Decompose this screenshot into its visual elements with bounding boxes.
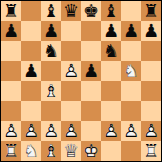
square-g4[interactable] (121, 81, 141, 101)
white-pawn[interactable]: ♟♙ (141, 121, 161, 141)
black-king[interactable]: ♚ (81, 1, 101, 21)
white-pawn-outline: ♙ (101, 121, 121, 141)
square-c1[interactable]: ♝♗ (41, 141, 61, 161)
square-e1[interactable]: ♚♔ (81, 141, 101, 161)
black-king-glyph: ♚ (81, 1, 101, 21)
black-bishop[interactable]: ♝ (101, 1, 121, 21)
white-pawn[interactable]: ♟♙ (61, 61, 81, 81)
square-d1[interactable]: ♛♕ (61, 141, 81, 161)
square-a4[interactable] (1, 81, 21, 101)
square-f7[interactable]: ♟ (101, 21, 121, 41)
square-d5[interactable]: ♟♙ (61, 61, 81, 81)
black-pawn[interactable]: ♟ (1, 21, 21, 41)
square-c5[interactable] (41, 61, 61, 81)
square-f5[interactable] (101, 61, 121, 81)
square-h6[interactable] (141, 41, 161, 61)
chess-board: ♜♝♛♚♝♜♟♟♟♟♟♞♞♟♟♙♟♞♘♝♗♟♙♟♙♟♙♟♙♟♙♟♙♟♙♜♖♞♘♝… (0, 0, 162, 162)
white-rook[interactable]: ♜♖ (1, 141, 21, 161)
black-rook[interactable]: ♜ (1, 1, 21, 21)
white-queen[interactable]: ♛♕ (61, 141, 81, 161)
black-pawn-glyph: ♟ (81, 61, 101, 81)
square-c3[interactable] (41, 101, 61, 121)
black-pawn[interactable]: ♟ (21, 61, 41, 81)
square-a2[interactable]: ♟♙ (1, 121, 21, 141)
square-a6[interactable] (1, 41, 21, 61)
white-pawn-outline: ♙ (61, 121, 81, 141)
square-d6[interactable] (61, 41, 81, 61)
white-pawn[interactable]: ♟♙ (61, 121, 81, 141)
white-pawn[interactable]: ♟♙ (101, 121, 121, 141)
white-pawn[interactable]: ♟♙ (1, 121, 21, 141)
white-rook-outline: ♖ (1, 141, 21, 161)
square-c4[interactable]: ♝♗ (41, 81, 61, 101)
black-rook-glyph: ♜ (1, 1, 21, 21)
square-f2[interactable]: ♟♙ (101, 121, 121, 141)
black-bishop-glyph: ♝ (41, 1, 61, 21)
black-knight[interactable]: ♞ (41, 41, 61, 61)
black-queen-glyph: ♛ (61, 1, 81, 21)
square-a1[interactable]: ♜♖ (1, 141, 21, 161)
black-knight-glyph: ♞ (41, 41, 61, 61)
square-e6[interactable] (81, 41, 101, 61)
white-king[interactable]: ♚♔ (81, 141, 101, 161)
square-d4[interactable] (61, 81, 81, 101)
square-b8[interactable] (21, 1, 41, 21)
square-g7[interactable]: ♟ (121, 21, 141, 41)
black-bishop[interactable]: ♝ (41, 1, 61, 21)
square-f8[interactable]: ♝ (101, 1, 121, 21)
black-pawn-glyph: ♟ (41, 21, 61, 41)
square-d2[interactable]: ♟♙ (61, 121, 81, 141)
square-b7[interactable] (21, 21, 41, 41)
black-pawn[interactable]: ♟ (121, 21, 141, 41)
white-knight-outline: ♘ (121, 61, 141, 81)
square-g2[interactable]: ♟♙ (121, 121, 141, 141)
white-pawn-outline: ♙ (1, 121, 21, 141)
square-b6[interactable] (21, 41, 41, 61)
square-b3[interactable] (21, 101, 41, 121)
white-knight[interactable]: ♞♘ (121, 61, 141, 81)
square-e7[interactable] (81, 21, 101, 41)
white-rook-outline: ♖ (141, 141, 161, 161)
square-e8[interactable]: ♚ (81, 1, 101, 21)
black-pawn[interactable]: ♟ (101, 21, 121, 41)
square-f3[interactable] (101, 101, 121, 121)
white-pawn[interactable]: ♟♙ (41, 121, 61, 141)
black-queen[interactable]: ♛ (61, 1, 81, 21)
black-pawn-glyph: ♟ (141, 21, 161, 41)
square-c7[interactable]: ♟ (41, 21, 61, 41)
square-b2[interactable]: ♟♙ (21, 121, 41, 141)
square-e2[interactable] (81, 121, 101, 141)
square-d8[interactable]: ♛ (61, 1, 81, 21)
black-pawn[interactable]: ♟ (81, 61, 101, 81)
square-d7[interactable] (61, 21, 81, 41)
square-h4[interactable] (141, 81, 161, 101)
square-g6[interactable] (121, 41, 141, 61)
black-pawn[interactable]: ♟ (141, 21, 161, 41)
square-e3[interactable] (81, 101, 101, 121)
square-g3[interactable] (121, 101, 141, 121)
square-f4[interactable] (101, 81, 121, 101)
square-d3[interactable] (61, 101, 81, 121)
white-pawn[interactable]: ♟♙ (21, 121, 41, 141)
white-pawn[interactable]: ♟♙ (121, 121, 141, 141)
square-c8[interactable]: ♝ (41, 1, 61, 21)
square-c2[interactable]: ♟♙ (41, 121, 61, 141)
black-pawn-glyph: ♟ (121, 21, 141, 41)
square-g5[interactable]: ♞♘ (121, 61, 141, 81)
black-pawn[interactable]: ♟ (41, 21, 61, 41)
square-g8[interactable] (121, 1, 141, 21)
white-pawn-outline: ♙ (141, 121, 161, 141)
square-e4[interactable] (81, 81, 101, 101)
white-queen-outline: ♕ (61, 141, 81, 161)
black-pawn-glyph: ♟ (101, 21, 121, 41)
square-h2[interactable]: ♟♙ (141, 121, 161, 141)
square-h8[interactable]: ♜ (141, 1, 161, 21)
square-a7[interactable]: ♟ (1, 21, 21, 41)
white-pawn-outline: ♙ (41, 121, 61, 141)
black-bishop-glyph: ♝ (101, 1, 121, 21)
black-knight-glyph: ♞ (101, 41, 121, 61)
square-f1[interactable] (101, 141, 121, 161)
square-h1[interactable]: ♜♖ (141, 141, 161, 161)
square-h3[interactable] (141, 101, 161, 121)
square-h5[interactable] (141, 61, 161, 81)
square-c6[interactable]: ♞ (41, 41, 61, 61)
square-g1[interactable] (121, 141, 141, 161)
square-h7[interactable]: ♟ (141, 21, 161, 41)
square-a5[interactable] (1, 61, 21, 81)
white-bishop-outline: ♗ (41, 81, 61, 101)
black-knight[interactable]: ♞ (101, 41, 121, 61)
square-e5[interactable]: ♟ (81, 61, 101, 81)
white-pawn-outline: ♙ (61, 61, 81, 81)
square-f6[interactable]: ♞ (101, 41, 121, 61)
white-pawn-outline: ♙ (121, 121, 141, 141)
black-rook-glyph: ♜ (141, 1, 161, 21)
white-bishop[interactable]: ♝♗ (41, 141, 61, 161)
square-a8[interactable]: ♜ (1, 1, 21, 21)
square-b1[interactable]: ♞♘ (21, 141, 41, 161)
square-b4[interactable] (21, 81, 41, 101)
white-bishop-outline: ♗ (41, 141, 61, 161)
black-pawn-glyph: ♟ (1, 21, 21, 41)
white-knight[interactable]: ♞♘ (21, 141, 41, 161)
black-rook[interactable]: ♜ (141, 1, 161, 21)
black-pawn-glyph: ♟ (21, 61, 41, 81)
board-grid: ♜♝♛♚♝♜♟♟♟♟♟♞♞♟♟♙♟♞♘♝♗♟♙♟♙♟♙♟♙♟♙♟♙♟♙♜♖♞♘♝… (1, 1, 161, 161)
white-king-outline: ♔ (81, 141, 101, 161)
white-bishop[interactable]: ♝♗ (41, 81, 61, 101)
white-rook[interactable]: ♜♖ (141, 141, 161, 161)
white-knight-outline: ♘ (21, 141, 41, 161)
square-a3[interactable] (1, 101, 21, 121)
square-b5[interactable]: ♟ (21, 61, 41, 81)
white-pawn-outline: ♙ (21, 121, 41, 141)
